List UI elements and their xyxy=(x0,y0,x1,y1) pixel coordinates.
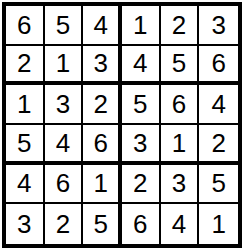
cell-r2c1[interactable]: 2 xyxy=(6,46,45,86)
cell-r3c6[interactable]: 4 xyxy=(199,85,238,125)
cell-r4c1[interactable]: 5 xyxy=(6,125,45,165)
cell-r1c2[interactable]: 5 xyxy=(45,6,84,46)
cell-r3c2[interactable]: 3 xyxy=(45,85,84,125)
cell-r2c6[interactable]: 6 xyxy=(199,46,238,86)
cell-r5c3[interactable]: 1 xyxy=(83,165,122,205)
cell-r4c5[interactable]: 1 xyxy=(161,125,200,165)
cell-r3c5[interactable]: 6 xyxy=(161,85,200,125)
cell-r4c2[interactable]: 4 xyxy=(45,125,84,165)
sudoku-board: 654123213456132564546312461235325641 xyxy=(2,2,242,248)
cell-r1c3[interactable]: 4 xyxy=(83,6,122,46)
cell-r6c2[interactable]: 2 xyxy=(45,204,84,244)
cell-r3c1[interactable]: 1 xyxy=(6,85,45,125)
cell-r3c3[interactable]: 2 xyxy=(83,85,122,125)
cell-r4c6[interactable]: 2 xyxy=(199,125,238,165)
cell-r6c4[interactable]: 6 xyxy=(122,204,161,244)
cell-r6c5[interactable]: 4 xyxy=(161,204,200,244)
cell-r6c3[interactable]: 5 xyxy=(83,204,122,244)
cell-r2c2[interactable]: 1 xyxy=(45,46,84,86)
cell-r2c3[interactable]: 3 xyxy=(83,46,122,86)
cell-r1c6[interactable]: 3 xyxy=(199,6,238,46)
cell-r5c2[interactable]: 6 xyxy=(45,165,84,205)
cell-r2c4[interactable]: 4 xyxy=(122,46,161,86)
cell-r5c6[interactable]: 5 xyxy=(199,165,238,205)
cell-r3c4[interactable]: 5 xyxy=(122,85,161,125)
cell-r4c3[interactable]: 6 xyxy=(83,125,122,165)
cell-r5c4[interactable]: 2 xyxy=(122,165,161,205)
cell-r1c5[interactable]: 2 xyxy=(161,6,200,46)
page: 654123213456132564546312461235325641 xyxy=(0,0,243,249)
cell-r6c1[interactable]: 3 xyxy=(6,204,45,244)
cell-r1c1[interactable]: 6 xyxy=(6,6,45,46)
cell-r6c6[interactable]: 1 xyxy=(199,204,238,244)
cell-r1c4[interactable]: 1 xyxy=(122,6,161,46)
cell-r5c5[interactable]: 3 xyxy=(161,165,200,205)
cell-r4c4[interactable]: 3 xyxy=(122,125,161,165)
cell-r5c1[interactable]: 4 xyxy=(6,165,45,205)
cell-r2c5[interactable]: 5 xyxy=(161,46,200,86)
